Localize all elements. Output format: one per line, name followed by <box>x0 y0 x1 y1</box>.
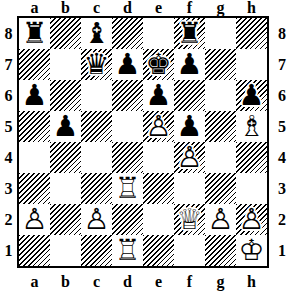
square-c7[interactable]: ♛♛ <box>81 49 112 80</box>
file-labels-top: abcdefgh <box>19 0 267 16</box>
piece-glyph: ♜ <box>174 18 205 49</box>
rank-label-right-7: 7 <box>271 49 293 80</box>
rank-labels-left: 87654321 <box>0 18 17 266</box>
piece-white-rook-d3[interactable]: ♜♖ <box>112 173 143 204</box>
square-c8[interactable]: ♝♝ <box>81 18 112 49</box>
square-c4[interactable] <box>81 142 112 173</box>
file-label-bottom-a: a <box>19 270 50 294</box>
rank-label-right-6: 6 <box>271 80 293 111</box>
piece-black-pawn-b5[interactable]: ♟♟ <box>50 111 81 142</box>
square-d5[interactable] <box>112 111 143 142</box>
square-f1[interactable] <box>174 235 205 266</box>
piece-black-pawn-a6[interactable]: ♟♟ <box>19 80 50 111</box>
square-a6[interactable]: ♟♟ <box>19 80 50 111</box>
square-g6[interactable] <box>205 80 236 111</box>
piece-black-pawn-f7[interactable]: ♟♟ <box>174 49 205 80</box>
piece-glyph: ♟ <box>143 80 174 111</box>
piece-glyph: ♟ <box>236 80 267 111</box>
piece-white-bishop-h5[interactable]: ♝♗ <box>236 111 267 142</box>
square-g4[interactable] <box>205 142 236 173</box>
square-c5[interactable] <box>81 111 112 142</box>
rank-label-right-4: 4 <box>271 142 293 173</box>
piece-black-rook-a8[interactable]: ♜♜ <box>19 18 50 49</box>
square-h8[interactable] <box>236 18 267 49</box>
square-e7[interactable]: ♚♚ <box>143 49 174 80</box>
piece-white-pawn-c2[interactable]: ♟♙ <box>81 204 112 235</box>
file-label-top-c: c <box>81 0 112 16</box>
piece-glyph: ♙ <box>19 204 50 235</box>
piece-glyph: ♝ <box>81 18 112 49</box>
square-f6[interactable] <box>174 80 205 111</box>
square-b7[interactable] <box>50 49 81 80</box>
square-f8[interactable]: ♜♜ <box>174 18 205 49</box>
piece-glyph: ♟ <box>112 49 143 80</box>
rank-label-left-8: 8 <box>0 18 17 49</box>
square-a5[interactable] <box>19 111 50 142</box>
piece-black-pawn-d7[interactable]: ♟♟ <box>112 49 143 80</box>
piece-white-rook-d1[interactable]: ♜♖ <box>112 235 143 266</box>
piece-glyph: ♙ <box>174 142 205 173</box>
rank-labels-right: 87654321 <box>271 18 293 266</box>
square-f2[interactable]: ♛♕ <box>174 204 205 235</box>
piece-glyph: ♟ <box>174 49 205 80</box>
piece-white-pawn-f4[interactable]: ♟♙ <box>174 142 205 173</box>
square-h5[interactable]: ♝♗ <box>236 111 267 142</box>
square-h1[interactable]: ♚♔ <box>236 235 267 266</box>
piece-glyph: ♔ <box>236 235 267 266</box>
piece-white-queen-f2[interactable]: ♛♕ <box>174 204 205 235</box>
chess-diagram: abcdefgh 87654321 ♜♜♝♝♜♜♛♛♟♟♚♚♟♟♟♟♟♟♟♟♟♟… <box>0 0 293 295</box>
piece-glyph: ♖ <box>112 235 143 266</box>
file-label-bottom-g: g <box>205 270 236 294</box>
rank-label-left-5: 5 <box>0 111 17 142</box>
rank-label-right-8: 8 <box>271 18 293 49</box>
file-label-bottom-e: e <box>143 270 174 294</box>
square-b6[interactable] <box>50 80 81 111</box>
square-e2[interactable] <box>143 204 174 235</box>
rank-label-right-5: 5 <box>271 111 293 142</box>
piece-glyph: ♕ <box>174 204 205 235</box>
square-a2[interactable]: ♟♙ <box>19 204 50 235</box>
square-e5[interactable]: ♟♙ <box>143 111 174 142</box>
rank-label-left-6: 6 <box>0 80 17 111</box>
file-label-top-e: e <box>143 0 174 16</box>
square-c3[interactable] <box>81 173 112 204</box>
square-b1[interactable] <box>50 235 81 266</box>
square-c1[interactable] <box>81 235 112 266</box>
piece-glyph: ♖ <box>112 173 143 204</box>
piece-glyph: ♟ <box>50 111 81 142</box>
square-f3[interactable] <box>174 173 205 204</box>
piece-glyph: ♙ <box>143 111 174 142</box>
piece-white-king-h1[interactable]: ♚♔ <box>236 235 267 266</box>
rank-label-left-4: 4 <box>0 142 17 173</box>
square-a8[interactable]: ♜♜ <box>19 18 50 49</box>
file-label-top-g: g <box>205 0 236 16</box>
square-g3[interactable] <box>205 173 236 204</box>
square-b4[interactable] <box>50 142 81 173</box>
piece-glyph: ♛ <box>81 49 112 80</box>
rank-label-left-3: 3 <box>0 173 17 204</box>
square-b3[interactable] <box>50 173 81 204</box>
file-label-top-f: f <box>174 0 205 16</box>
square-d6[interactable] <box>112 80 143 111</box>
square-g2[interactable]: ♟♙ <box>205 204 236 235</box>
square-c6[interactable] <box>81 80 112 111</box>
piece-white-pawn-a2[interactable]: ♟♙ <box>19 204 50 235</box>
square-e6[interactable]: ♟♟ <box>143 80 174 111</box>
square-g8[interactable] <box>205 18 236 49</box>
piece-white-pawn-e5[interactable]: ♟♙ <box>143 111 174 142</box>
piece-glyph: ♟ <box>174 111 205 142</box>
square-b8[interactable] <box>50 18 81 49</box>
rank-label-left-2: 2 <box>0 204 17 235</box>
piece-glyph: ♗ <box>236 111 267 142</box>
square-a7[interactable] <box>19 49 50 80</box>
piece-black-bishop-c8[interactable]: ♝♝ <box>81 18 112 49</box>
rank-label-right-1: 1 <box>271 235 293 266</box>
file-label-bottom-c: c <box>81 270 112 294</box>
piece-black-king-e7[interactable]: ♚♚ <box>143 49 174 80</box>
square-f7[interactable]: ♟♟ <box>174 49 205 80</box>
square-b2[interactable] <box>50 204 81 235</box>
file-label-bottom-d: d <box>112 270 143 294</box>
piece-black-pawn-f5[interactable]: ♟♟ <box>174 111 205 142</box>
square-d1[interactable]: ♜♖ <box>112 235 143 266</box>
square-b5[interactable]: ♟♟ <box>50 111 81 142</box>
piece-glyph: ♙ <box>205 204 236 235</box>
piece-glyph: ♚ <box>143 49 174 80</box>
square-f4[interactable]: ♟♙ <box>174 142 205 173</box>
square-h6[interactable]: ♟♟ <box>236 80 267 111</box>
file-labels-bottom: abcdefgh <box>19 270 267 294</box>
square-d4[interactable] <box>112 142 143 173</box>
square-d3[interactable]: ♜♖ <box>112 173 143 204</box>
rank-label-right-2: 2 <box>271 204 293 235</box>
file-label-top-h: h <box>236 0 267 16</box>
square-a4[interactable] <box>19 142 50 173</box>
file-label-bottom-h: h <box>236 270 267 294</box>
piece-black-pawn-h6[interactable]: ♟♟ <box>236 80 267 111</box>
piece-white-pawn-g2[interactable]: ♟♙ <box>205 204 236 235</box>
square-e4[interactable] <box>143 142 174 173</box>
file-label-top-b: b <box>50 0 81 16</box>
file-label-top-d: d <box>112 0 143 16</box>
square-h7[interactable] <box>236 49 267 80</box>
square-g1[interactable] <box>205 235 236 266</box>
piece-glyph: ♜ <box>19 18 50 49</box>
piece-black-queen-c7[interactable]: ♛♛ <box>81 49 112 80</box>
square-h3[interactable] <box>236 173 267 204</box>
piece-glyph: ♟ <box>19 80 50 111</box>
square-e1[interactable] <box>143 235 174 266</box>
file-label-bottom-b: b <box>50 270 81 294</box>
square-c2[interactable]: ♟♙ <box>81 204 112 235</box>
square-d8[interactable] <box>112 18 143 49</box>
rank-label-left-7: 7 <box>0 49 17 80</box>
piece-white-pawn-h2[interactable]: ♟♙ <box>236 204 267 235</box>
square-h2[interactable]: ♟♙ <box>236 204 267 235</box>
square-g5[interactable] <box>205 111 236 142</box>
file-label-bottom-f: f <box>174 270 205 294</box>
piece-black-pawn-e6[interactable]: ♟♟ <box>143 80 174 111</box>
square-a3[interactable] <box>19 173 50 204</box>
square-f5[interactable]: ♟♟ <box>174 111 205 142</box>
piece-black-rook-f8[interactable]: ♜♜ <box>174 18 205 49</box>
square-a1[interactable] <box>19 235 50 266</box>
rank-label-right-3: 3 <box>271 173 293 204</box>
rank-label-left-1: 1 <box>0 235 17 266</box>
square-e8[interactable] <box>143 18 174 49</box>
square-d7[interactable]: ♟♟ <box>112 49 143 80</box>
piece-glyph: ♙ <box>81 204 112 235</box>
square-g7[interactable] <box>205 49 236 80</box>
square-e3[interactable] <box>143 173 174 204</box>
piece-glyph: ♙ <box>236 204 267 235</box>
square-h4[interactable] <box>236 142 267 173</box>
square-d2[interactable] <box>112 204 143 235</box>
chess-board: ♜♜♝♝♜♜♛♛♟♟♚♚♟♟♟♟♟♟♟♟♟♟♟♙♟♟♝♗♟♙♜♖♟♙♟♙♛♕♟♙… <box>17 16 269 268</box>
file-label-top-a: a <box>19 0 50 16</box>
